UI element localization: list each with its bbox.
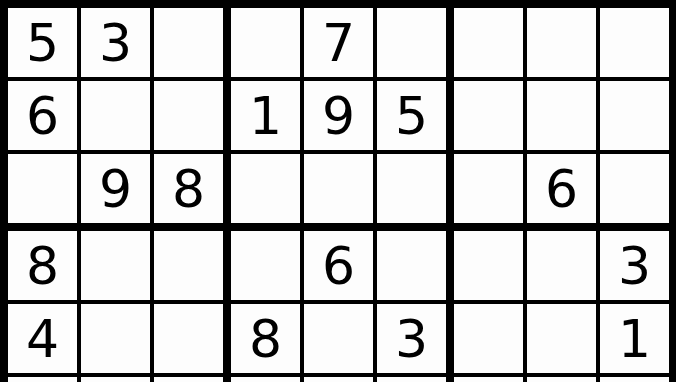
cell-r1c1[interactable]: 5 <box>8 8 81 81</box>
cell-r3c2[interactable]: 9 <box>81 154 154 231</box>
cell-r2c6[interactable]: 5 <box>377 81 454 154</box>
cell-r1c2[interactable]: 3 <box>81 8 154 81</box>
cell-r2c3[interactable] <box>154 81 231 154</box>
cell-r5c2[interactable] <box>81 304 154 377</box>
cell-r3c4[interactable] <box>231 154 304 231</box>
cell-r4c5[interactable]: 6 <box>304 231 377 304</box>
cell-r2c2[interactable] <box>81 81 154 154</box>
cell-r1c8[interactable] <box>527 8 600 81</box>
cell-r2c8[interactable] <box>527 81 600 154</box>
cell-r3c7[interactable] <box>454 154 527 231</box>
cell-r1c6[interactable] <box>377 8 454 81</box>
cell-r5c5[interactable] <box>304 304 377 377</box>
cell-r6c9[interactable] <box>600 377 669 382</box>
cell-r5c8[interactable] <box>527 304 600 377</box>
cell-r4c8[interactable] <box>527 231 600 304</box>
cell-r6c1[interactable] <box>8 377 81 382</box>
cell-r4c7[interactable] <box>454 231 527 304</box>
cell-r6c3[interactable] <box>154 377 231 382</box>
cell-r5c1[interactable]: 4 <box>8 304 81 377</box>
cell-r3c3[interactable]: 8 <box>154 154 231 231</box>
cell-r6c8[interactable] <box>527 377 600 382</box>
cell-r2c4[interactable]: 1 <box>231 81 304 154</box>
cell-r1c9[interactable] <box>600 8 669 81</box>
cell-r1c3[interactable] <box>154 8 231 81</box>
cell-r2c9[interactable] <box>600 81 669 154</box>
cell-r2c7[interactable] <box>454 81 527 154</box>
cell-r5c7[interactable] <box>454 304 527 377</box>
cell-r5c3[interactable] <box>154 304 231 377</box>
cell-r4c3[interactable] <box>154 231 231 304</box>
cell-r6c7[interactable] <box>454 377 527 382</box>
cell-r3c1[interactable] <box>8 154 81 231</box>
cell-r5c9[interactable]: 1 <box>600 304 669 377</box>
cell-r4c2[interactable] <box>81 231 154 304</box>
sudoku-board: 53761959868634831 <box>0 0 676 382</box>
cell-r3c5[interactable] <box>304 154 377 231</box>
cell-r6c4[interactable] <box>231 377 304 382</box>
cell-r3c8[interactable]: 6 <box>527 154 600 231</box>
cell-r4c4[interactable] <box>231 231 304 304</box>
sudoku-screenshot: 53761959868634831 <box>0 0 676 382</box>
cell-r5c4[interactable]: 8 <box>231 304 304 377</box>
cell-r6c6[interactable] <box>377 377 454 382</box>
cell-r3c9[interactable] <box>600 154 669 231</box>
cell-r4c1[interactable]: 8 <box>8 231 81 304</box>
cell-r4c6[interactable] <box>377 231 454 304</box>
cell-r1c7[interactable] <box>454 8 527 81</box>
cell-r6c5[interactable] <box>304 377 377 382</box>
cell-r3c6[interactable] <box>377 154 454 231</box>
cell-r1c5[interactable]: 7 <box>304 8 377 81</box>
cell-r1c4[interactable] <box>231 8 304 81</box>
cell-r5c6[interactable]: 3 <box>377 304 454 377</box>
cell-r2c5[interactable]: 9 <box>304 81 377 154</box>
cell-r2c1[interactable]: 6 <box>8 81 81 154</box>
cell-r4c9[interactable]: 3 <box>600 231 669 304</box>
cell-r6c2[interactable] <box>81 377 154 382</box>
